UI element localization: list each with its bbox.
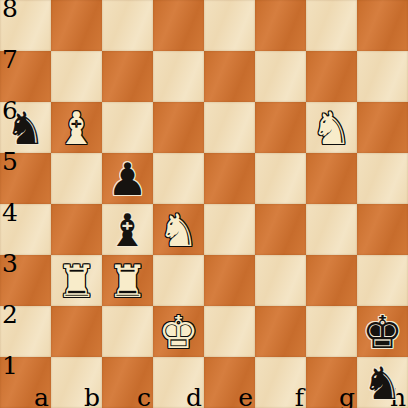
rank-label-2: 2: [2, 302, 18, 327]
square-b2[interactable]: [51, 306, 102, 357]
square-e5[interactable]: [204, 153, 255, 204]
square-b8[interactable]: [51, 0, 102, 51]
square-f3[interactable]: [255, 255, 306, 306]
square-c4[interactable]: ♝: [102, 204, 153, 255]
piece-black-pawn[interactable]: ♟: [107, 154, 147, 205]
square-d8[interactable]: [153, 0, 204, 51]
square-c3[interactable]: ♜: [102, 255, 153, 306]
piece-black-knight[interactable]: ♞: [5, 103, 45, 154]
file-label-c: c: [102, 385, 151, 408]
file-label-a: a: [0, 385, 49, 408]
file-label-g: g: [306, 385, 355, 408]
square-h2[interactable]: ♚: [357, 306, 408, 357]
square-b4[interactable]: [51, 204, 102, 255]
rank-label-8: 8: [2, 0, 18, 21]
square-h6[interactable]: [357, 102, 408, 153]
square-f2[interactable]: [255, 306, 306, 357]
square-a6[interactable]: ♞: [0, 102, 51, 153]
piece-white-king[interactable]: ♚: [158, 307, 198, 358]
piece-white-rook[interactable]: ♜: [56, 256, 96, 307]
square-f4[interactable]: [255, 204, 306, 255]
square-e2[interactable]: [204, 306, 255, 357]
square-g8[interactable]: [306, 0, 357, 51]
square-d6[interactable]: [153, 102, 204, 153]
square-e7[interactable]: [204, 51, 255, 102]
piece-white-knight[interactable]: ♞: [311, 103, 351, 154]
piece-white-bishop[interactable]: ♝: [56, 103, 96, 154]
chess-board: ♞♝♞♟♝♞♜♜♚♚♞87654321abcdefgh: [0, 0, 408, 408]
square-f5[interactable]: [255, 153, 306, 204]
square-d7[interactable]: [153, 51, 204, 102]
piece-black-king[interactable]: ♚: [362, 307, 402, 358]
file-label-e: e: [204, 385, 253, 408]
square-c6[interactable]: [102, 102, 153, 153]
square-f8[interactable]: [255, 0, 306, 51]
rank-label-4: 4: [2, 200, 18, 225]
piece-black-bishop[interactable]: ♝: [107, 205, 147, 256]
square-h7[interactable]: [357, 51, 408, 102]
square-e6[interactable]: [204, 102, 255, 153]
square-b7[interactable]: [51, 51, 102, 102]
square-d3[interactable]: [153, 255, 204, 306]
square-g6[interactable]: ♞: [306, 102, 357, 153]
square-f6[interactable]: [255, 102, 306, 153]
square-c8[interactable]: [102, 0, 153, 51]
square-h8[interactable]: [357, 0, 408, 51]
rank-label-3: 3: [2, 251, 18, 276]
square-h5[interactable]: [357, 153, 408, 204]
square-h1[interactable]: ♞: [357, 357, 408, 408]
square-c2[interactable]: [102, 306, 153, 357]
square-c7[interactable]: [102, 51, 153, 102]
file-label-d: d: [153, 385, 202, 408]
square-g4[interactable]: [306, 204, 357, 255]
piece-white-knight[interactable]: ♞: [158, 205, 198, 256]
square-g7[interactable]: [306, 51, 357, 102]
file-label-b: b: [51, 385, 100, 408]
square-e8[interactable]: [204, 0, 255, 51]
piece-black-knight[interactable]: ♞: [362, 358, 402, 408]
square-e3[interactable]: [204, 255, 255, 306]
square-h4[interactable]: [357, 204, 408, 255]
square-b3[interactable]: ♜: [51, 255, 102, 306]
file-label-f: f: [255, 385, 304, 408]
square-h3[interactable]: [357, 255, 408, 306]
square-d2[interactable]: ♚: [153, 306, 204, 357]
piece-white-rook[interactable]: ♜: [107, 256, 147, 307]
rank-label-7: 7: [2, 47, 18, 72]
square-f7[interactable]: [255, 51, 306, 102]
square-c5[interactable]: ♟: [102, 153, 153, 204]
square-b5[interactable]: [51, 153, 102, 204]
square-g2[interactable]: [306, 306, 357, 357]
square-b6[interactable]: ♝: [51, 102, 102, 153]
rank-label-1: 1: [2, 353, 18, 378]
square-d5[interactable]: [153, 153, 204, 204]
square-d4[interactable]: ♞: [153, 204, 204, 255]
square-g5[interactable]: [306, 153, 357, 204]
square-e4[interactable]: [204, 204, 255, 255]
square-g3[interactable]: [306, 255, 357, 306]
